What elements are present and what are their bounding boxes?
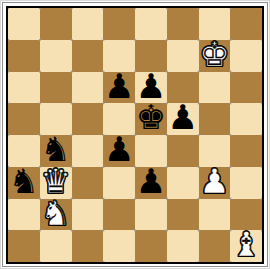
square-h8[interactable] — [230, 8, 262, 40]
piece-white-pawn[interactable]: ♟ — [199, 166, 229, 198]
square-g6[interactable] — [199, 72, 231, 104]
square-h5[interactable] — [230, 103, 262, 135]
square-c3[interactable] — [72, 167, 104, 199]
piece-white-knight[interactable]: ♞ — [40, 198, 70, 230]
square-d8[interactable] — [103, 8, 135, 40]
square-e2[interactable] — [135, 199, 167, 231]
piece-black-pawn[interactable]: ♟ — [104, 71, 134, 103]
square-c5[interactable] — [72, 103, 104, 135]
square-a1[interactable] — [8, 230, 40, 262]
square-f8[interactable] — [167, 8, 199, 40]
square-g2[interactable] — [199, 199, 231, 231]
square-f4[interactable] — [167, 135, 199, 167]
piece-black-knight[interactable]: ♞ — [9, 166, 39, 198]
square-b7[interactable] — [40, 40, 72, 72]
piece-black-pawn[interactable]: ♟ — [136, 166, 166, 198]
square-b2[interactable]: ♞ — [40, 199, 72, 231]
chess-board: ♚♟♟♚♟♞♟♞♛♟♟♞♝ — [6, 6, 264, 264]
square-b1[interactable] — [40, 230, 72, 262]
square-a3[interactable]: ♞ — [8, 167, 40, 199]
square-d1[interactable] — [103, 230, 135, 262]
piece-black-king[interactable]: ♚ — [136, 102, 166, 134]
piece-black-pawn[interactable]: ♟ — [167, 102, 197, 134]
square-a8[interactable] — [8, 8, 40, 40]
piece-white-bishop[interactable]: ♝ — [231, 229, 261, 261]
piece-black-pawn[interactable]: ♟ — [104, 134, 134, 166]
square-c7[interactable] — [72, 40, 104, 72]
square-d2[interactable] — [103, 199, 135, 231]
square-c2[interactable] — [72, 199, 104, 231]
square-a7[interactable] — [8, 40, 40, 72]
square-f7[interactable] — [167, 40, 199, 72]
square-f2[interactable] — [167, 199, 199, 231]
square-b6[interactable] — [40, 72, 72, 104]
square-e8[interactable] — [135, 8, 167, 40]
board-squares: ♚♟♟♚♟♞♟♞♛♟♟♞♝ — [8, 8, 262, 262]
square-g5[interactable] — [199, 103, 231, 135]
square-g1[interactable] — [199, 230, 231, 262]
square-d6[interactable]: ♟ — [103, 72, 135, 104]
square-f3[interactable] — [167, 167, 199, 199]
square-c6[interactable] — [72, 72, 104, 104]
square-f1[interactable] — [167, 230, 199, 262]
chess-diagram-panel: ♚♟♟♚♟♞♟♞♛♟♟♞♝ — [0, 0, 270, 269]
square-d3[interactable] — [103, 167, 135, 199]
square-c4[interactable] — [72, 135, 104, 167]
square-h6[interactable] — [230, 72, 262, 104]
square-d4[interactable]: ♟ — [103, 135, 135, 167]
square-a2[interactable] — [8, 199, 40, 231]
square-f5[interactable]: ♟ — [167, 103, 199, 135]
square-g3[interactable]: ♟ — [199, 167, 231, 199]
square-e5[interactable]: ♚ — [135, 103, 167, 135]
square-a5[interactable] — [8, 103, 40, 135]
square-c1[interactable] — [72, 230, 104, 262]
square-a6[interactable] — [8, 72, 40, 104]
square-e1[interactable] — [135, 230, 167, 262]
square-h7[interactable] — [230, 40, 262, 72]
square-c8[interactable] — [72, 8, 104, 40]
square-h4[interactable] — [230, 135, 262, 167]
square-e3[interactable]: ♟ — [135, 167, 167, 199]
piece-white-king[interactable]: ♚ — [199, 39, 229, 71]
square-g7[interactable]: ♚ — [199, 40, 231, 72]
square-h3[interactable] — [230, 167, 262, 199]
square-b8[interactable] — [40, 8, 72, 40]
square-h1[interactable]: ♝ — [230, 230, 262, 262]
